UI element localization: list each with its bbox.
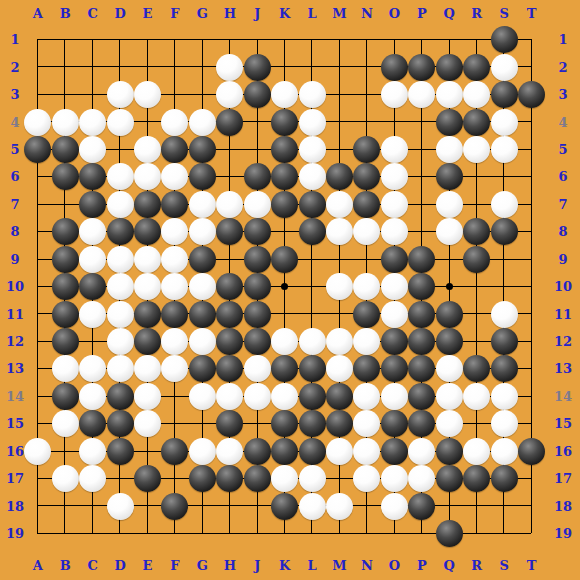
cell-B9[interactable] bbox=[51, 246, 78, 273]
cell-K6[interactable] bbox=[271, 163, 298, 190]
cell-G7[interactable] bbox=[189, 191, 216, 218]
cell-M14[interactable] bbox=[326, 383, 353, 410]
cell-Q2[interactable] bbox=[436, 53, 463, 80]
cell-A5[interactable] bbox=[24, 136, 51, 163]
cell-K11[interactable] bbox=[271, 300, 298, 327]
cell-P12[interactable] bbox=[408, 328, 435, 355]
cell-A8[interactable] bbox=[24, 218, 51, 245]
cell-S7[interactable] bbox=[490, 191, 517, 218]
cell-Q16[interactable] bbox=[436, 438, 463, 465]
cell-B19[interactable] bbox=[51, 520, 78, 547]
cell-J7[interactable] bbox=[244, 191, 271, 218]
cell-L10[interactable] bbox=[298, 273, 325, 300]
cell-C19[interactable] bbox=[79, 520, 106, 547]
cell-N12[interactable] bbox=[353, 328, 380, 355]
cell-K3[interactable] bbox=[271, 81, 298, 108]
cell-S15[interactable] bbox=[490, 410, 517, 437]
cell-A7[interactable] bbox=[24, 191, 51, 218]
cell-E12[interactable] bbox=[134, 328, 161, 355]
cell-S12[interactable] bbox=[490, 328, 517, 355]
cell-J4[interactable] bbox=[244, 108, 271, 135]
cell-M15[interactable] bbox=[326, 410, 353, 437]
cell-Q14[interactable] bbox=[436, 383, 463, 410]
cell-N15[interactable] bbox=[353, 410, 380, 437]
cell-M6[interactable] bbox=[326, 163, 353, 190]
cell-O8[interactable] bbox=[381, 218, 408, 245]
cell-R10[interactable] bbox=[463, 273, 490, 300]
cell-F12[interactable] bbox=[161, 328, 188, 355]
cell-K19[interactable] bbox=[271, 520, 298, 547]
cell-D13[interactable] bbox=[106, 355, 133, 382]
cell-S5[interactable] bbox=[490, 136, 517, 163]
cell-D5[interactable] bbox=[106, 136, 133, 163]
cell-F5[interactable] bbox=[161, 136, 188, 163]
cell-G5[interactable] bbox=[189, 136, 216, 163]
cell-G4[interactable] bbox=[189, 108, 216, 135]
cell-D19[interactable] bbox=[106, 520, 133, 547]
cell-P6[interactable] bbox=[408, 163, 435, 190]
cell-E15[interactable] bbox=[134, 410, 161, 437]
cell-Q13[interactable] bbox=[436, 355, 463, 382]
cell-R18[interactable] bbox=[463, 492, 490, 519]
cell-D15[interactable] bbox=[106, 410, 133, 437]
cell-C11[interactable] bbox=[79, 300, 106, 327]
cell-L18[interactable] bbox=[298, 492, 325, 519]
cell-T4[interactable] bbox=[518, 108, 545, 135]
cell-J11[interactable] bbox=[244, 300, 271, 327]
cell-S1[interactable] bbox=[490, 26, 517, 53]
cell-Q19[interactable] bbox=[436, 520, 463, 547]
cell-L12[interactable] bbox=[298, 328, 325, 355]
cell-F16[interactable] bbox=[161, 438, 188, 465]
cell-N9[interactable] bbox=[353, 246, 380, 273]
cell-O7[interactable] bbox=[381, 191, 408, 218]
cell-E8[interactable] bbox=[134, 218, 161, 245]
cell-E13[interactable] bbox=[134, 355, 161, 382]
cell-O16[interactable] bbox=[381, 438, 408, 465]
cell-E9[interactable] bbox=[134, 246, 161, 273]
cell-B18[interactable] bbox=[51, 492, 78, 519]
cell-M3[interactable] bbox=[326, 81, 353, 108]
cell-Q12[interactable] bbox=[436, 328, 463, 355]
cell-N7[interactable] bbox=[353, 191, 380, 218]
cell-S11[interactable] bbox=[490, 300, 517, 327]
cell-H6[interactable] bbox=[216, 163, 243, 190]
cell-S2[interactable] bbox=[490, 53, 517, 80]
cell-H15[interactable] bbox=[216, 410, 243, 437]
cell-O6[interactable] bbox=[381, 163, 408, 190]
cell-K16[interactable] bbox=[271, 438, 298, 465]
cell-S14[interactable] bbox=[490, 383, 517, 410]
cell-L17[interactable] bbox=[298, 465, 325, 492]
cell-B7[interactable] bbox=[51, 191, 78, 218]
cell-Q4[interactable] bbox=[436, 108, 463, 135]
cell-P7[interactable] bbox=[408, 191, 435, 218]
cell-R9[interactable] bbox=[463, 246, 490, 273]
cell-G14[interactable] bbox=[189, 383, 216, 410]
cell-P3[interactable] bbox=[408, 81, 435, 108]
cell-T5[interactable] bbox=[518, 136, 545, 163]
cell-G15[interactable] bbox=[189, 410, 216, 437]
cell-B15[interactable] bbox=[51, 410, 78, 437]
cell-D12[interactable] bbox=[106, 328, 133, 355]
cell-T16[interactable] bbox=[518, 438, 545, 465]
cell-G13[interactable] bbox=[189, 355, 216, 382]
cell-D6[interactable] bbox=[106, 163, 133, 190]
cell-J2[interactable] bbox=[244, 53, 271, 80]
cell-H14[interactable] bbox=[216, 383, 243, 410]
cell-O4[interactable] bbox=[381, 108, 408, 135]
cell-A9[interactable] bbox=[24, 246, 51, 273]
cell-S10[interactable] bbox=[490, 273, 517, 300]
cell-D7[interactable] bbox=[106, 191, 133, 218]
cell-C6[interactable] bbox=[79, 163, 106, 190]
cell-D16[interactable] bbox=[106, 438, 133, 465]
cell-Q7[interactable] bbox=[436, 191, 463, 218]
cell-N18[interactable] bbox=[353, 492, 380, 519]
cell-K10[interactable] bbox=[271, 273, 298, 300]
cell-N19[interactable] bbox=[353, 520, 380, 547]
cell-B5[interactable] bbox=[51, 136, 78, 163]
cell-N3[interactable] bbox=[353, 81, 380, 108]
cell-D11[interactable] bbox=[106, 300, 133, 327]
cell-J16[interactable] bbox=[244, 438, 271, 465]
cell-K4[interactable] bbox=[271, 108, 298, 135]
cell-J15[interactable] bbox=[244, 410, 271, 437]
cell-J10[interactable] bbox=[244, 273, 271, 300]
cell-O14[interactable] bbox=[381, 383, 408, 410]
cell-H4[interactable] bbox=[216, 108, 243, 135]
cell-A2[interactable] bbox=[24, 53, 51, 80]
cell-K1[interactable] bbox=[271, 26, 298, 53]
cell-N13[interactable] bbox=[353, 355, 380, 382]
cell-M5[interactable] bbox=[326, 136, 353, 163]
cell-A15[interactable] bbox=[24, 410, 51, 437]
cell-H12[interactable] bbox=[216, 328, 243, 355]
cell-R13[interactable] bbox=[463, 355, 490, 382]
cell-B17[interactable] bbox=[51, 465, 78, 492]
cell-O2[interactable] bbox=[381, 53, 408, 80]
cell-O1[interactable] bbox=[381, 26, 408, 53]
cell-G8[interactable] bbox=[189, 218, 216, 245]
cell-H9[interactable] bbox=[216, 246, 243, 273]
cell-R1[interactable] bbox=[463, 26, 490, 53]
cell-R3[interactable] bbox=[463, 81, 490, 108]
cell-L4[interactable] bbox=[298, 108, 325, 135]
cell-R17[interactable] bbox=[463, 465, 490, 492]
cell-T15[interactable] bbox=[518, 410, 545, 437]
cell-C13[interactable] bbox=[79, 355, 106, 382]
cell-D9[interactable] bbox=[106, 246, 133, 273]
cell-C14[interactable] bbox=[79, 383, 106, 410]
cell-J18[interactable] bbox=[244, 492, 271, 519]
cell-A17[interactable] bbox=[24, 465, 51, 492]
cell-G11[interactable] bbox=[189, 300, 216, 327]
cell-G1[interactable] bbox=[189, 26, 216, 53]
cell-B6[interactable] bbox=[51, 163, 78, 190]
cell-M19[interactable] bbox=[326, 520, 353, 547]
cell-A12[interactable] bbox=[24, 328, 51, 355]
cell-D8[interactable] bbox=[106, 218, 133, 245]
cell-E14[interactable] bbox=[134, 383, 161, 410]
cell-L7[interactable] bbox=[298, 191, 325, 218]
cell-C8[interactable] bbox=[79, 218, 106, 245]
cell-Q6[interactable] bbox=[436, 163, 463, 190]
cell-O19[interactable] bbox=[381, 520, 408, 547]
cell-L2[interactable] bbox=[298, 53, 325, 80]
cell-C17[interactable] bbox=[79, 465, 106, 492]
cell-A16[interactable] bbox=[24, 438, 51, 465]
cell-P18[interactable] bbox=[408, 492, 435, 519]
cell-N1[interactable] bbox=[353, 26, 380, 53]
cell-G10[interactable] bbox=[189, 273, 216, 300]
cell-R6[interactable] bbox=[463, 163, 490, 190]
cell-H16[interactable] bbox=[216, 438, 243, 465]
cell-E16[interactable] bbox=[134, 438, 161, 465]
cell-F18[interactable] bbox=[161, 492, 188, 519]
cell-B14[interactable] bbox=[51, 383, 78, 410]
cell-G16[interactable] bbox=[189, 438, 216, 465]
cell-O3[interactable] bbox=[381, 81, 408, 108]
cell-G2[interactable] bbox=[189, 53, 216, 80]
cell-T3[interactable] bbox=[518, 81, 545, 108]
cell-P9[interactable] bbox=[408, 246, 435, 273]
cell-A1[interactable] bbox=[24, 26, 51, 53]
cell-G17[interactable] bbox=[189, 465, 216, 492]
cell-Q11[interactable] bbox=[436, 300, 463, 327]
cell-C18[interactable] bbox=[79, 492, 106, 519]
cell-M18[interactable] bbox=[326, 492, 353, 519]
cell-B10[interactable] bbox=[51, 273, 78, 300]
cell-L8[interactable] bbox=[298, 218, 325, 245]
cell-N5[interactable] bbox=[353, 136, 380, 163]
cell-Q17[interactable] bbox=[436, 465, 463, 492]
cell-E5[interactable] bbox=[134, 136, 161, 163]
cell-L19[interactable] bbox=[298, 520, 325, 547]
cell-T14[interactable] bbox=[518, 383, 545, 410]
cell-P14[interactable] bbox=[408, 383, 435, 410]
cell-Q9[interactable] bbox=[436, 246, 463, 273]
cell-P19[interactable] bbox=[408, 520, 435, 547]
cell-T18[interactable] bbox=[518, 492, 545, 519]
cell-E10[interactable] bbox=[134, 273, 161, 300]
cell-P15[interactable] bbox=[408, 410, 435, 437]
cell-G6[interactable] bbox=[189, 163, 216, 190]
cell-S19[interactable] bbox=[490, 520, 517, 547]
cell-L14[interactable] bbox=[298, 383, 325, 410]
cell-R8[interactable] bbox=[463, 218, 490, 245]
cell-G19[interactable] bbox=[189, 520, 216, 547]
cell-O5[interactable] bbox=[381, 136, 408, 163]
cell-F4[interactable] bbox=[161, 108, 188, 135]
cell-R16[interactable] bbox=[463, 438, 490, 465]
cell-K15[interactable] bbox=[271, 410, 298, 437]
cell-B12[interactable] bbox=[51, 328, 78, 355]
cell-S8[interactable] bbox=[490, 218, 517, 245]
cell-M4[interactable] bbox=[326, 108, 353, 135]
cell-S13[interactable] bbox=[490, 355, 517, 382]
cell-B8[interactable] bbox=[51, 218, 78, 245]
cell-D17[interactable] bbox=[106, 465, 133, 492]
cell-C7[interactable] bbox=[79, 191, 106, 218]
cell-K5[interactable] bbox=[271, 136, 298, 163]
cell-T10[interactable] bbox=[518, 273, 545, 300]
cell-L5[interactable] bbox=[298, 136, 325, 163]
cell-T2[interactable] bbox=[518, 53, 545, 80]
cell-E1[interactable] bbox=[134, 26, 161, 53]
cell-S6[interactable] bbox=[490, 163, 517, 190]
cell-J6[interactable] bbox=[244, 163, 271, 190]
cell-J3[interactable] bbox=[244, 81, 271, 108]
cell-M11[interactable] bbox=[326, 300, 353, 327]
cell-B2[interactable] bbox=[51, 53, 78, 80]
cell-C4[interactable] bbox=[79, 108, 106, 135]
cell-S3[interactable] bbox=[490, 81, 517, 108]
cell-C12[interactable] bbox=[79, 328, 106, 355]
cell-H10[interactable] bbox=[216, 273, 243, 300]
cell-L16[interactable] bbox=[298, 438, 325, 465]
cell-J14[interactable] bbox=[244, 383, 271, 410]
cell-T13[interactable] bbox=[518, 355, 545, 382]
cell-N10[interactable] bbox=[353, 273, 380, 300]
cell-T19[interactable] bbox=[518, 520, 545, 547]
cell-F6[interactable] bbox=[161, 163, 188, 190]
cell-C9[interactable] bbox=[79, 246, 106, 273]
cell-P4[interactable] bbox=[408, 108, 435, 135]
cell-B11[interactable] bbox=[51, 300, 78, 327]
cell-E2[interactable] bbox=[134, 53, 161, 80]
cell-R12[interactable] bbox=[463, 328, 490, 355]
cell-M10[interactable] bbox=[326, 273, 353, 300]
cell-E18[interactable] bbox=[134, 492, 161, 519]
cell-T17[interactable] bbox=[518, 465, 545, 492]
cell-B16[interactable] bbox=[51, 438, 78, 465]
cell-C2[interactable] bbox=[79, 53, 106, 80]
cell-F2[interactable] bbox=[161, 53, 188, 80]
cell-O18[interactable] bbox=[381, 492, 408, 519]
cell-J12[interactable] bbox=[244, 328, 271, 355]
cell-P16[interactable] bbox=[408, 438, 435, 465]
cell-T11[interactable] bbox=[518, 300, 545, 327]
cell-G18[interactable] bbox=[189, 492, 216, 519]
cell-H2[interactable] bbox=[216, 53, 243, 80]
cell-H8[interactable] bbox=[216, 218, 243, 245]
cell-Q8[interactable] bbox=[436, 218, 463, 245]
cell-K18[interactable] bbox=[271, 492, 298, 519]
cell-L9[interactable] bbox=[298, 246, 325, 273]
cell-Q18[interactable] bbox=[436, 492, 463, 519]
cell-M7[interactable] bbox=[326, 191, 353, 218]
cell-T8[interactable] bbox=[518, 218, 545, 245]
cell-J1[interactable] bbox=[244, 26, 271, 53]
cell-H19[interactable] bbox=[216, 520, 243, 547]
cell-C5[interactable] bbox=[79, 136, 106, 163]
cell-O17[interactable] bbox=[381, 465, 408, 492]
cell-G9[interactable] bbox=[189, 246, 216, 273]
cell-N17[interactable] bbox=[353, 465, 380, 492]
cell-E17[interactable] bbox=[134, 465, 161, 492]
cell-P5[interactable] bbox=[408, 136, 435, 163]
cell-T6[interactable] bbox=[518, 163, 545, 190]
cell-A3[interactable] bbox=[24, 81, 51, 108]
cell-C15[interactable] bbox=[79, 410, 106, 437]
cell-R5[interactable] bbox=[463, 136, 490, 163]
cell-F19[interactable] bbox=[161, 520, 188, 547]
cell-J8[interactable] bbox=[244, 218, 271, 245]
cell-P10[interactable] bbox=[408, 273, 435, 300]
cell-F9[interactable] bbox=[161, 246, 188, 273]
cell-N14[interactable] bbox=[353, 383, 380, 410]
cell-A11[interactable] bbox=[24, 300, 51, 327]
cell-N16[interactable] bbox=[353, 438, 380, 465]
cell-E3[interactable] bbox=[134, 81, 161, 108]
cell-Q5[interactable] bbox=[436, 136, 463, 163]
cell-H13[interactable] bbox=[216, 355, 243, 382]
cell-L13[interactable] bbox=[298, 355, 325, 382]
cell-R19[interactable] bbox=[463, 520, 490, 547]
cell-K2[interactable] bbox=[271, 53, 298, 80]
cell-H18[interactable] bbox=[216, 492, 243, 519]
cell-D3[interactable] bbox=[106, 81, 133, 108]
cell-P1[interactable] bbox=[408, 26, 435, 53]
cell-J19[interactable] bbox=[244, 520, 271, 547]
cell-M16[interactable] bbox=[326, 438, 353, 465]
cell-L11[interactable] bbox=[298, 300, 325, 327]
cell-F14[interactable] bbox=[161, 383, 188, 410]
cell-S9[interactable] bbox=[490, 246, 517, 273]
cell-D14[interactable] bbox=[106, 383, 133, 410]
cell-J5[interactable] bbox=[244, 136, 271, 163]
cell-P2[interactable] bbox=[408, 53, 435, 80]
cell-R2[interactable] bbox=[463, 53, 490, 80]
cell-T12[interactable] bbox=[518, 328, 545, 355]
cell-H17[interactable] bbox=[216, 465, 243, 492]
cell-F1[interactable] bbox=[161, 26, 188, 53]
cell-E6[interactable] bbox=[134, 163, 161, 190]
cell-D18[interactable] bbox=[106, 492, 133, 519]
cell-B3[interactable] bbox=[51, 81, 78, 108]
cell-F8[interactable] bbox=[161, 218, 188, 245]
cell-M13[interactable] bbox=[326, 355, 353, 382]
cell-C10[interactable] bbox=[79, 273, 106, 300]
cell-D2[interactable] bbox=[106, 53, 133, 80]
cell-P17[interactable] bbox=[408, 465, 435, 492]
cell-O13[interactable] bbox=[381, 355, 408, 382]
cell-N4[interactable] bbox=[353, 108, 380, 135]
cell-E19[interactable] bbox=[134, 520, 161, 547]
cell-F3[interactable] bbox=[161, 81, 188, 108]
cell-F15[interactable] bbox=[161, 410, 188, 437]
cell-K8[interactable] bbox=[271, 218, 298, 245]
cell-C3[interactable] bbox=[79, 81, 106, 108]
cell-F11[interactable] bbox=[161, 300, 188, 327]
cell-K12[interactable] bbox=[271, 328, 298, 355]
cell-R7[interactable] bbox=[463, 191, 490, 218]
cell-H3[interactable] bbox=[216, 81, 243, 108]
cell-F7[interactable] bbox=[161, 191, 188, 218]
cell-K13[interactable] bbox=[271, 355, 298, 382]
cell-S4[interactable] bbox=[490, 108, 517, 135]
cell-F13[interactable] bbox=[161, 355, 188, 382]
cell-N6[interactable] bbox=[353, 163, 380, 190]
cell-L3[interactable] bbox=[298, 81, 325, 108]
cell-A19[interactable] bbox=[24, 520, 51, 547]
cell-K17[interactable] bbox=[271, 465, 298, 492]
cell-L1[interactable] bbox=[298, 26, 325, 53]
cell-T9[interactable] bbox=[518, 246, 545, 273]
cell-Q1[interactable] bbox=[436, 26, 463, 53]
cell-O15[interactable] bbox=[381, 410, 408, 437]
